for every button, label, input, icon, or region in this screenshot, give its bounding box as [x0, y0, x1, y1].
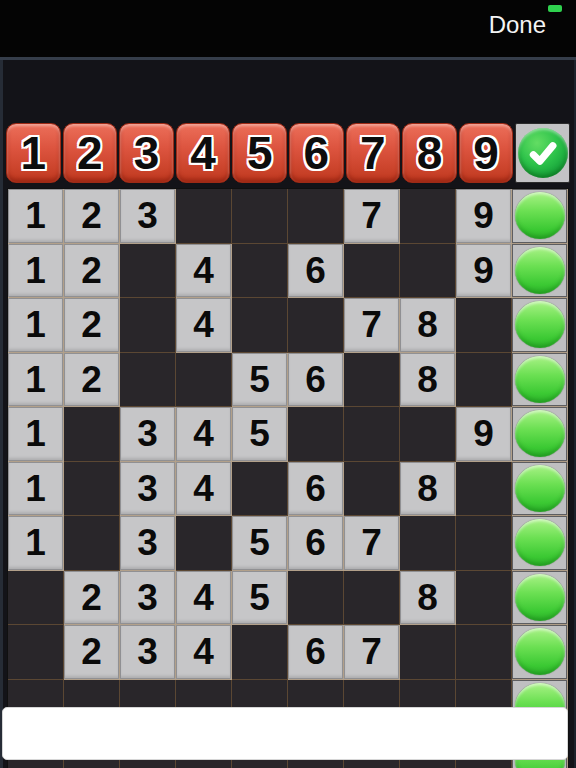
- grid-cell-r8c4[interactable]: 4: [176, 571, 232, 626]
- grid-cell-r2c4[interactable]: 4: [176, 244, 232, 299]
- grid-cell-r5c6[interactable]: [288, 407, 344, 462]
- grid-cell-r2c1[interactable]: 1: [8, 244, 64, 299]
- grid-cell-r3c6[interactable]: [288, 298, 344, 353]
- grid-cell-r3c9[interactable]: [456, 298, 512, 353]
- grid-cell-r1c3[interactable]: 3: [120, 189, 176, 244]
- grid-cell-r8c1[interactable]: [8, 571, 64, 626]
- palette-button-9[interactable]: 9: [459, 123, 514, 183]
- row-check-button-8[interactable]: [512, 571, 568, 626]
- grid-cell-r7c5[interactable]: 5: [232, 516, 288, 571]
- green-circle-icon: [515, 574, 565, 621]
- grid-cell-r1c5[interactable]: [232, 189, 288, 244]
- grid-cell-r1c6[interactable]: [288, 189, 344, 244]
- palette-button-6[interactable]: 6: [289, 123, 344, 183]
- row-check-button-2[interactable]: [512, 244, 568, 299]
- grid-cell-r7c6[interactable]: 6: [288, 516, 344, 571]
- grid-cell-r1c9[interactable]: 9: [456, 189, 512, 244]
- grid-cell-r6c5[interactable]: [232, 462, 288, 517]
- grid-cell-r9c3[interactable]: 3: [120, 625, 176, 680]
- row-check-button-9[interactable]: [512, 625, 568, 680]
- grid-cell-r9c8[interactable]: [400, 625, 456, 680]
- grid-cell-r7c1[interactable]: 1: [8, 516, 64, 571]
- green-circle-icon: [515, 247, 565, 294]
- grid-cell-r8c5[interactable]: 5: [232, 571, 288, 626]
- palette-button-2[interactable]: 2: [63, 123, 118, 183]
- green-circle-icon: [515, 628, 565, 675]
- grid-cell-r8c6[interactable]: [288, 571, 344, 626]
- grid-cell-r4c9[interactable]: [456, 353, 512, 408]
- grid-cell-r5c1[interactable]: 1: [8, 407, 64, 462]
- grid-cell-r9c7[interactable]: 7: [344, 625, 400, 680]
- green-circle-icon: [515, 192, 565, 239]
- palette-button-8[interactable]: 8: [402, 123, 457, 183]
- grid-cell-r2c2[interactable]: 2: [64, 244, 120, 299]
- grid-cell-r4c4[interactable]: [176, 353, 232, 408]
- grid-cell-r3c1[interactable]: 1: [8, 298, 64, 353]
- grid-cell-r5c4[interactable]: 4: [176, 407, 232, 462]
- grid-cell-r7c4[interactable]: [176, 516, 232, 571]
- grid-cell-r8c9[interactable]: [456, 571, 512, 626]
- row-check-button-4[interactable]: [512, 353, 568, 408]
- grid-cell-r1c1[interactable]: 1: [8, 189, 64, 244]
- grid-cell-r4c8[interactable]: 8: [400, 353, 456, 408]
- grid-cell-r2c5[interactable]: [232, 244, 288, 299]
- puzzle-grid: 1237912469124781256813459134681356723458…: [7, 188, 569, 768]
- grid-cell-r6c3[interactable]: 3: [120, 462, 176, 517]
- grid-cell-r3c3[interactable]: [120, 298, 176, 353]
- confirm-check-button[interactable]: [515, 123, 570, 183]
- grid-cell-r7c7[interactable]: 7: [344, 516, 400, 571]
- row-check-button-7[interactable]: [512, 516, 568, 571]
- grid-cell-r4c2[interactable]: 2: [64, 353, 120, 408]
- grid-cell-r6c1[interactable]: 1: [8, 462, 64, 517]
- grid-cell-r4c3[interactable]: [120, 353, 176, 408]
- green-circle-icon: [515, 301, 565, 348]
- grid-cell-r3c8[interactable]: 8: [400, 298, 456, 353]
- green-circle-icon: [515, 519, 565, 566]
- number-palette: 123456789: [6, 123, 570, 183]
- grid-cell-r7c8[interactable]: [400, 516, 456, 571]
- palette-button-7[interactable]: 7: [346, 123, 401, 183]
- grid-cell-r4c1[interactable]: 1: [8, 353, 64, 408]
- row-check-button-5[interactable]: [512, 407, 568, 462]
- row-check-button-1[interactable]: [512, 189, 568, 244]
- grid-cell-r3c2[interactable]: 2: [64, 298, 120, 353]
- grid-cell-r8c7[interactable]: [344, 571, 400, 626]
- grid-cell-r8c3[interactable]: 3: [120, 571, 176, 626]
- grid-cell-r3c5[interactable]: [232, 298, 288, 353]
- grid-cell-r4c5[interactable]: 5: [232, 353, 288, 408]
- done-button[interactable]: Done: [489, 11, 546, 39]
- row-check-button-3[interactable]: [512, 298, 568, 353]
- grid-cell-r2c7[interactable]: [344, 244, 400, 299]
- battery-icon: [548, 5, 562, 12]
- grid-cell-r9c4[interactable]: 4: [176, 625, 232, 680]
- grid-cell-r7c2[interactable]: [64, 516, 120, 571]
- grid-cell-r6c9[interactable]: [456, 462, 512, 517]
- grid-cell-r3c7[interactable]: 7: [344, 298, 400, 353]
- grid-cell-r5c5[interactable]: 5: [232, 407, 288, 462]
- grid-cell-r8c2[interactable]: 2: [64, 571, 120, 626]
- palette-button-5[interactable]: 5: [232, 123, 287, 183]
- grid-cell-r1c4[interactable]: [176, 189, 232, 244]
- grid-cell-r7c9[interactable]: [456, 516, 512, 571]
- grid-cell-r9c9[interactable]: [456, 625, 512, 680]
- grid-cell-r3c4[interactable]: 4: [176, 298, 232, 353]
- grid-cell-r6c2[interactable]: [64, 462, 120, 517]
- palette-button-4[interactable]: 4: [176, 123, 231, 183]
- game-board-area: 123456789 123791246912478125681345913468…: [0, 57, 576, 768]
- grid-cell-r1c7[interactable]: 7: [344, 189, 400, 244]
- grid-cell-r5c3[interactable]: 3: [120, 407, 176, 462]
- palette-button-3[interactable]: 3: [119, 123, 174, 183]
- grid-cell-r7c3[interactable]: 3: [120, 516, 176, 571]
- grid-cell-r6c6[interactable]: 6: [288, 462, 344, 517]
- grid-cell-r6c8[interactable]: 8: [400, 462, 456, 517]
- row-check-button-6[interactable]: [512, 462, 568, 517]
- grid-cell-r6c7[interactable]: [344, 462, 400, 517]
- grid-cell-r2c8[interactable]: [400, 244, 456, 299]
- grid-cell-r5c7[interactable]: [344, 407, 400, 462]
- green-circle-icon: [515, 410, 565, 457]
- settings-panel: 22 in 5 moves: [2, 707, 568, 760]
- grid-cell-r2c6[interactable]: 6: [288, 244, 344, 299]
- grid-cell-r5c8[interactable]: [400, 407, 456, 462]
- green-circle-icon: [515, 465, 565, 512]
- grid-cell-r4c7[interactable]: [344, 353, 400, 408]
- navigation-bar: Done: [0, 0, 576, 57]
- grid-cell-r5c2[interactable]: [64, 407, 120, 462]
- grid-cell-r4c6[interactable]: 6: [288, 353, 344, 408]
- grid-cell-r1c2[interactable]: 2: [64, 189, 120, 244]
- palette-button-1[interactable]: 1: [6, 123, 61, 183]
- grid-cell-r9c6[interactable]: 6: [288, 625, 344, 680]
- green-circle-icon: [515, 356, 565, 403]
- grid-cell-r2c9[interactable]: 9: [456, 244, 512, 299]
- grid-cell-r8c8[interactable]: 8: [400, 571, 456, 626]
- grid-cell-r1c8[interactable]: [400, 189, 456, 244]
- grid-cell-r5c9[interactable]: 9: [456, 407, 512, 462]
- grid-cell-r9c2[interactable]: 2: [64, 625, 120, 680]
- grid-cell-r9c5[interactable]: [232, 625, 288, 680]
- grid-cell-r2c3[interactable]: [120, 244, 176, 299]
- checkmark-icon: [518, 128, 568, 178]
- grid-cell-r9c1[interactable]: [8, 625, 64, 680]
- grid-cell-r6c4[interactable]: 4: [176, 462, 232, 517]
